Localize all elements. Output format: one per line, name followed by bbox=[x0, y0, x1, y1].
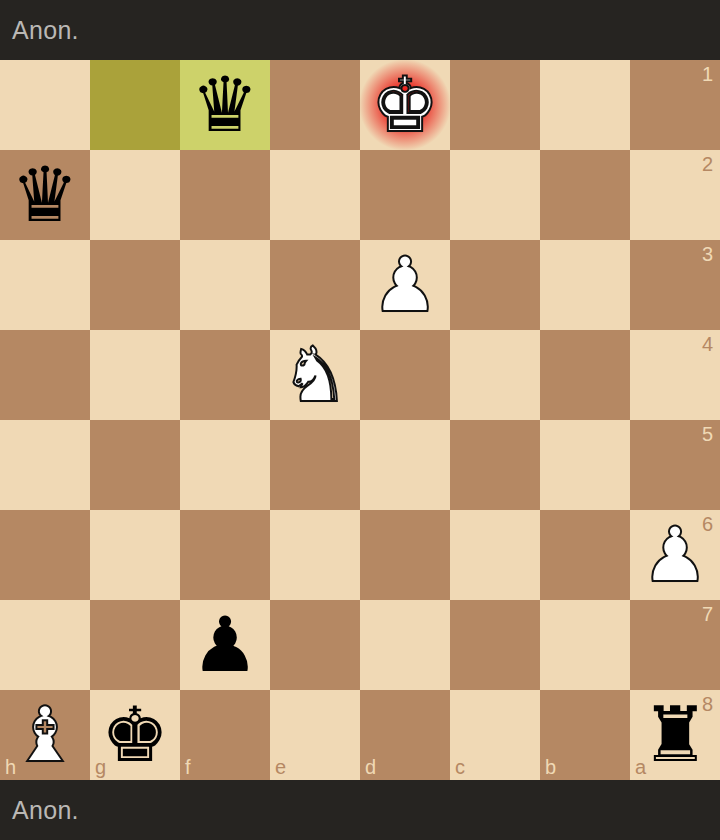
square-d1[interactable]: ♚ bbox=[360, 60, 450, 150]
rank-label-7: 7 bbox=[702, 603, 713, 626]
square-g2[interactable] bbox=[90, 150, 180, 240]
square-b1[interactable] bbox=[540, 60, 630, 150]
square-h6[interactable] bbox=[0, 510, 90, 600]
square-f3[interactable] bbox=[180, 240, 270, 330]
black-king-piece[interactable]: ♚ bbox=[90, 690, 180, 780]
square-d4[interactable] bbox=[360, 330, 450, 420]
square-b8[interactable]: b bbox=[540, 690, 630, 780]
square-d3[interactable]: ♟ bbox=[360, 240, 450, 330]
square-a8[interactable]: ♜8a bbox=[630, 690, 720, 780]
square-f6[interactable] bbox=[180, 510, 270, 600]
square-h4[interactable] bbox=[0, 330, 90, 420]
square-e1[interactable] bbox=[270, 60, 360, 150]
square-c4[interactable] bbox=[450, 330, 540, 420]
square-f1[interactable]: ♛ bbox=[180, 60, 270, 150]
square-g4[interactable] bbox=[90, 330, 180, 420]
square-h3[interactable] bbox=[0, 240, 90, 330]
square-c3[interactable] bbox=[450, 240, 540, 330]
rank-label-4: 4 bbox=[702, 333, 713, 356]
file-label-e: e bbox=[275, 756, 286, 779]
square-g7[interactable] bbox=[90, 600, 180, 690]
square-b5[interactable] bbox=[540, 420, 630, 510]
square-f4[interactable] bbox=[180, 330, 270, 420]
top-player-bar: Anon. bbox=[0, 0, 720, 60]
bottom-player-bar: Anon. bbox=[0, 780, 720, 840]
square-d7[interactable] bbox=[360, 600, 450, 690]
square-d5[interactable] bbox=[360, 420, 450, 510]
rank-label-5: 5 bbox=[702, 423, 713, 446]
square-c7[interactable] bbox=[450, 600, 540, 690]
square-h2[interactable]: ♛ bbox=[0, 150, 90, 240]
square-d8[interactable]: d bbox=[360, 690, 450, 780]
square-c6[interactable] bbox=[450, 510, 540, 600]
rank-label-3: 3 bbox=[702, 243, 713, 266]
square-a5[interactable]: 5 bbox=[630, 420, 720, 510]
file-label-f: f bbox=[185, 756, 191, 779]
square-g1[interactable] bbox=[90, 60, 180, 150]
square-e8[interactable]: e bbox=[270, 690, 360, 780]
black-queen-piece[interactable]: ♛ bbox=[0, 150, 90, 240]
square-c5[interactable] bbox=[450, 420, 540, 510]
square-d2[interactable] bbox=[360, 150, 450, 240]
file-label-d: d bbox=[365, 756, 376, 779]
chess-board[interactable]: ♛♚1♛2♟3♞45♟6♟7♝h♚gfedcb♜8a bbox=[0, 60, 720, 780]
square-f5[interactable] bbox=[180, 420, 270, 510]
square-c1[interactable] bbox=[450, 60, 540, 150]
square-b3[interactable] bbox=[540, 240, 630, 330]
square-h8[interactable]: ♝h bbox=[0, 690, 90, 780]
black-pawn-piece[interactable]: ♟ bbox=[180, 600, 270, 690]
square-g6[interactable] bbox=[90, 510, 180, 600]
square-b7[interactable] bbox=[540, 600, 630, 690]
square-e3[interactable] bbox=[270, 240, 360, 330]
square-h1[interactable] bbox=[0, 60, 90, 150]
square-h5[interactable] bbox=[0, 420, 90, 510]
black-rook-piece[interactable]: ♜ bbox=[630, 690, 720, 780]
square-c8[interactable]: c bbox=[450, 690, 540, 780]
square-a7[interactable]: 7 bbox=[630, 600, 720, 690]
square-e2[interactable] bbox=[270, 150, 360, 240]
square-d6[interactable] bbox=[360, 510, 450, 600]
square-e4[interactable]: ♞ bbox=[270, 330, 360, 420]
square-a2[interactable]: 2 bbox=[630, 150, 720, 240]
rank-label-1: 1 bbox=[702, 63, 713, 86]
black-queen-piece[interactable]: ♛ bbox=[180, 60, 270, 150]
square-e5[interactable] bbox=[270, 420, 360, 510]
square-a4[interactable]: 4 bbox=[630, 330, 720, 420]
square-f2[interactable] bbox=[180, 150, 270, 240]
rank-label-2: 2 bbox=[702, 153, 713, 176]
square-b6[interactable] bbox=[540, 510, 630, 600]
square-h7[interactable] bbox=[0, 600, 90, 690]
square-c2[interactable] bbox=[450, 150, 540, 240]
square-a1[interactable]: 1 bbox=[630, 60, 720, 150]
square-a3[interactable]: 3 bbox=[630, 240, 720, 330]
square-e7[interactable] bbox=[270, 600, 360, 690]
file-label-b: b bbox=[545, 756, 556, 779]
square-g5[interactable] bbox=[90, 420, 180, 510]
square-a6[interactable]: ♟6 bbox=[630, 510, 720, 600]
square-f8[interactable]: f bbox=[180, 690, 270, 780]
white-pawn-piece[interactable]: ♟ bbox=[360, 240, 450, 330]
bottom-player-name: Anon. bbox=[12, 796, 79, 825]
square-g8[interactable]: ♚g bbox=[90, 690, 180, 780]
white-knight-piece[interactable]: ♞ bbox=[270, 330, 360, 420]
square-g3[interactable] bbox=[90, 240, 180, 330]
file-label-c: c bbox=[455, 756, 465, 779]
white-bishop-piece[interactable]: ♝ bbox=[0, 690, 90, 780]
square-b2[interactable] bbox=[540, 150, 630, 240]
square-b4[interactable] bbox=[540, 330, 630, 420]
square-e6[interactable] bbox=[270, 510, 360, 600]
white-king-piece[interactable]: ♚ bbox=[360, 60, 450, 150]
top-player-name: Anon. bbox=[12, 16, 79, 45]
white-pawn-piece[interactable]: ♟ bbox=[630, 510, 720, 600]
square-f7[interactable]: ♟ bbox=[180, 600, 270, 690]
